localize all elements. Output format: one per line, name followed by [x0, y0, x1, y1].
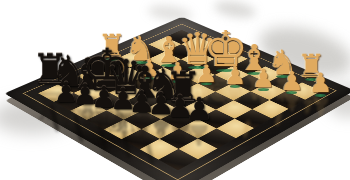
white-pawn-piece[interactable]: ♟	[307, 70, 334, 97]
white-pawn-piece[interactable]: ♟	[223, 64, 248, 89]
white-pawn-piece[interactable]: ♟	[251, 66, 277, 92]
black-pawn-piece[interactable]: ♟	[183, 94, 215, 126]
chess-set-product-photo: ♜♜♟♟♞♞♟♟♝♝♟♟♛♛♟♟♚♚♟♟♝♝♟♟♞♞♟♟♜♜♟♟♜♜♟♟♞♞♟♟…	[0, 0, 350, 180]
white-pawn-piece[interactable]: ♟	[279, 68, 305, 94]
